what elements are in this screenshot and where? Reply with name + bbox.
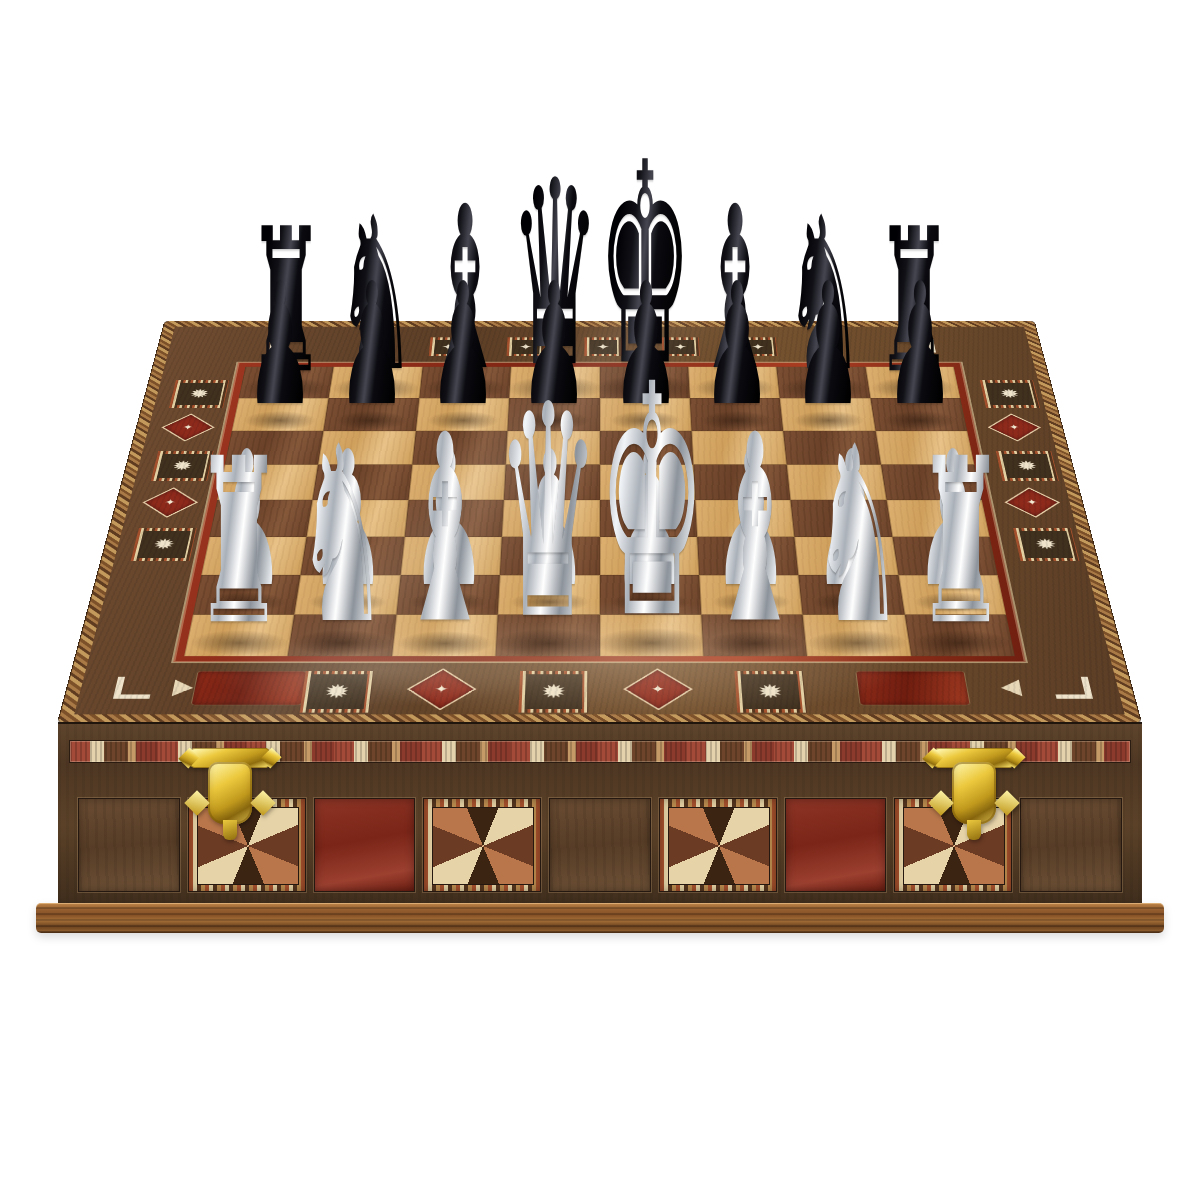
queen-glyph: ♛ — [496, 367, 600, 661]
rook-glyph: ♜ — [916, 429, 1006, 657]
knight-glyph: ♞ — [812, 414, 905, 657]
knight-glyph: ♞ — [296, 414, 389, 657]
bishop-glyph: ♝ — [707, 400, 802, 659]
king-glyph: ♚ — [597, 343, 706, 663]
rook-glyph: ♜ — [194, 429, 284, 657]
bishop-glyph: ♝ — [398, 400, 493, 659]
scene: ✦✦✦✦✦✹✦✹✦✹✹✦✹✦✹✹✦✹✦✹ ♜♞♝♛♚♝♞♜♟♟♟♟♟♟♟♟♟♟♟… — [0, 0, 1200, 1200]
pieces-layer: ♜♞♝♛♚♝♞♜♟♟♟♟♟♟♟♟♟♟♟♟♟♟♟♟♜♞♝♛♚♝♞♜ — [0, 0, 1200, 1200]
